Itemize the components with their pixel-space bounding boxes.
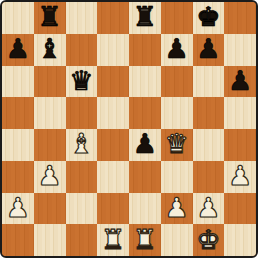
square-e1[interactable]: ♜: [129, 224, 161, 256]
square-f3[interactable]: [161, 161, 193, 193]
square-g3[interactable]: [193, 161, 225, 193]
square-a6[interactable]: [2, 66, 34, 98]
black-bishop: ♝: [38, 35, 62, 62]
square-f5[interactable]: [161, 97, 193, 129]
chess-board: ♜♜♚♟♝♟♟♛♟♝♟♛♟♟♟♟♟♜♜♚: [0, 0, 258, 258]
board-grid: ♜♜♚♟♝♟♟♛♟♝♟♛♟♟♟♟♟♜♜♚: [2, 2, 256, 256]
square-e5[interactable]: [129, 97, 161, 129]
black-pawn: ♟: [196, 35, 220, 62]
square-c8[interactable]: [66, 2, 98, 34]
square-a3[interactable]: [2, 161, 34, 193]
square-g2[interactable]: ♟: [193, 193, 225, 225]
black-pawn: ♟: [133, 130, 157, 157]
square-g5[interactable]: [193, 97, 225, 129]
white-pawn: ♟: [196, 194, 220, 221]
square-g7[interactable]: ♟: [193, 34, 225, 66]
square-d2[interactable]: [97, 193, 129, 225]
square-b8[interactable]: ♜: [34, 2, 66, 34]
square-a1[interactable]: [2, 224, 34, 256]
square-h1[interactable]: [224, 224, 256, 256]
square-b1[interactable]: [34, 224, 66, 256]
square-a5[interactable]: [2, 97, 34, 129]
square-g8[interactable]: ♚: [193, 2, 225, 34]
square-d5[interactable]: [97, 97, 129, 129]
square-a8[interactable]: [2, 2, 34, 34]
black-pawn: ♟: [165, 35, 189, 62]
square-e6[interactable]: [129, 66, 161, 98]
square-c7[interactable]: [66, 34, 98, 66]
white-rook: ♜: [133, 226, 157, 253]
square-c2[interactable]: [66, 193, 98, 225]
white-queen: ♛: [165, 130, 189, 157]
square-f6[interactable]: [161, 66, 193, 98]
black-pawn: ♟: [6, 35, 30, 62]
square-d1[interactable]: ♜: [97, 224, 129, 256]
white-pawn: ♟: [165, 194, 189, 221]
square-e4[interactable]: ♟: [129, 129, 161, 161]
black-rook: ♜: [133, 3, 157, 30]
black-rook: ♜: [38, 3, 62, 30]
white-pawn: ♟: [228, 162, 252, 189]
square-d4[interactable]: [97, 129, 129, 161]
white-king: ♚: [196, 226, 220, 253]
square-h6[interactable]: ♟: [224, 66, 256, 98]
square-h3[interactable]: ♟: [224, 161, 256, 193]
black-pawn: ♟: [228, 67, 252, 94]
white-pawn: ♟: [6, 194, 30, 221]
square-g4[interactable]: [193, 129, 225, 161]
square-c6[interactable]: ♛: [66, 66, 98, 98]
white-pawn: ♟: [38, 162, 62, 189]
square-d6[interactable]: [97, 66, 129, 98]
square-h4[interactable]: [224, 129, 256, 161]
square-a7[interactable]: ♟: [2, 34, 34, 66]
square-g6[interactable]: [193, 66, 225, 98]
square-d3[interactable]: [97, 161, 129, 193]
square-h8[interactable]: [224, 2, 256, 34]
square-g1[interactable]: ♚: [193, 224, 225, 256]
square-b6[interactable]: [34, 66, 66, 98]
square-f8[interactable]: [161, 2, 193, 34]
square-c3[interactable]: [66, 161, 98, 193]
square-f4[interactable]: ♛: [161, 129, 193, 161]
square-h5[interactable]: [224, 97, 256, 129]
square-b3[interactable]: ♟: [34, 161, 66, 193]
square-h7[interactable]: [224, 34, 256, 66]
square-b2[interactable]: [34, 193, 66, 225]
square-b4[interactable]: [34, 129, 66, 161]
square-d7[interactable]: [97, 34, 129, 66]
white-rook: ♜: [101, 226, 125, 253]
square-e3[interactable]: [129, 161, 161, 193]
black-king: ♚: [196, 3, 220, 30]
square-b7[interactable]: ♝: [34, 34, 66, 66]
square-a4[interactable]: [2, 129, 34, 161]
square-e7[interactable]: [129, 34, 161, 66]
square-b5[interactable]: [34, 97, 66, 129]
square-c4[interactable]: ♝: [66, 129, 98, 161]
square-c5[interactable]: [66, 97, 98, 129]
square-d8[interactable]: [97, 2, 129, 34]
square-f1[interactable]: [161, 224, 193, 256]
square-f2[interactable]: ♟: [161, 193, 193, 225]
square-f7[interactable]: ♟: [161, 34, 193, 66]
white-bishop: ♝: [69, 130, 93, 157]
square-a2[interactable]: ♟: [2, 193, 34, 225]
square-e2[interactable]: [129, 193, 161, 225]
black-queen: ♛: [69, 67, 93, 94]
square-c1[interactable]: [66, 224, 98, 256]
square-e8[interactable]: ♜: [129, 2, 161, 34]
square-h2[interactable]: [224, 193, 256, 225]
